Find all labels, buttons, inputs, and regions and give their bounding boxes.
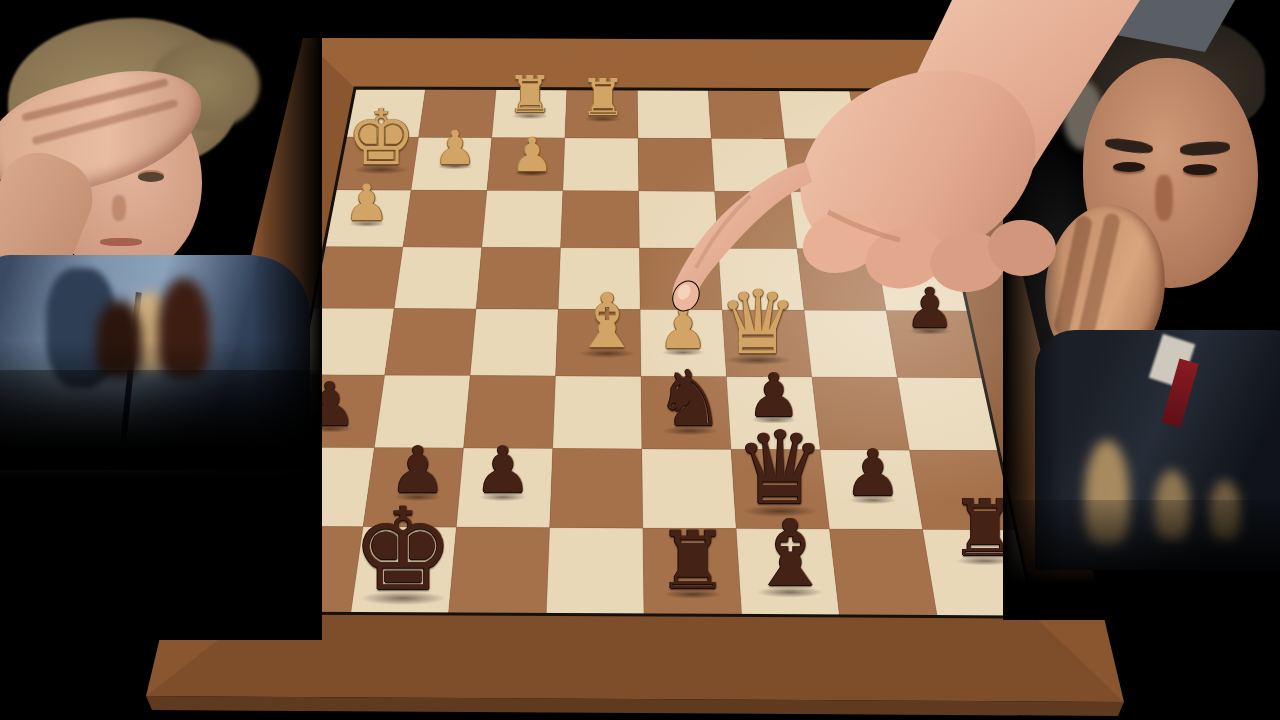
black-rook-d8[interactable]: ♜ — [657, 521, 729, 601]
square-h8[interactable] — [253, 526, 363, 613]
black-rook-a8[interactable]: ♜ — [950, 489, 1021, 567]
white-rook-e1[interactable]: ♜ — [580, 72, 626, 123]
square-g3[interactable] — [403, 190, 487, 247]
square-e3[interactable] — [561, 191, 640, 248]
black-pawn-a5[interactable]: ♟ — [905, 281, 955, 336]
square-e6[interactable] — [553, 376, 642, 449]
square-e8[interactable] — [546, 528, 644, 615]
square-e2[interactable] — [563, 138, 639, 191]
white-pawn-f2[interactable]: ♟ — [511, 131, 553, 178]
black-bishop-c8[interactable]: ♝ — [749, 508, 831, 600]
white-pawn-g2[interactable]: ♟ — [434, 124, 476, 171]
white-pawn-a4[interactable]: ♟ — [894, 221, 941, 273]
square-f4[interactable] — [476, 247, 560, 309]
white-queen-c4[interactable]: ♛ — [719, 279, 798, 367]
square-f3[interactable] — [482, 191, 563, 248]
white-rook-f1[interactable]: ♜ — [507, 69, 553, 120]
white-pawn-h3[interactable]: ♟ — [345, 178, 390, 228]
square-d1[interactable] — [638, 89, 712, 139]
white-knight-b3[interactable]: ♞ — [804, 174, 862, 238]
square-e7[interactable] — [550, 449, 643, 529]
thumbnail-stage: ♜♜♚♟♟♟♞♝♟♛♟♞♟♟♟♟♟♛♟♚♜♝♜ — [0, 0, 1280, 720]
white-king-h2[interactable]: ♚ — [347, 99, 416, 176]
square-h4[interactable] — [312, 247, 403, 309]
black-knight-d5[interactable]: ♞ — [655, 360, 725, 437]
square-f5[interactable] — [470, 309, 558, 376]
black-pawn-b7[interactable]: ♟ — [844, 441, 902, 505]
square-g5[interactable] — [385, 309, 477, 376]
square-g4[interactable] — [394, 247, 482, 309]
white-bishop-e4[interactable]: ♝ — [574, 284, 641, 359]
black-pawn-f7[interactable]: ♟ — [474, 438, 532, 502]
black-pawn-h6[interactable]: ♟ — [303, 374, 357, 434]
black-king-g8[interactable]: ♚ — [352, 493, 455, 607]
white-pawn-d4[interactable]: ♟ — [658, 301, 709, 357]
square-h5[interactable] — [299, 308, 394, 375]
square-b8[interactable] — [830, 529, 938, 616]
square-f8[interactable] — [449, 527, 550, 614]
